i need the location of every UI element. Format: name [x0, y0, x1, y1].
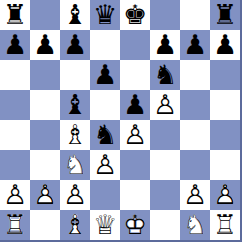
white-bishop[interactable]: ♝♗: [60, 120, 90, 150]
white-knight-outline-icon: ♘: [180, 210, 210, 240]
white-rook-icon: ♜: [0, 210, 30, 240]
white-pawn-icon: ♟: [150, 90, 180, 120]
square-g5[interactable]: [180, 90, 210, 120]
square-b7[interactable]: ♟: [30, 30, 60, 60]
black-queen-icon: ♛: [90, 0, 120, 30]
white-pawn-icon: ♟: [60, 180, 90, 210]
square-e4[interactable]: ♟♙: [120, 120, 150, 150]
white-pawn-icon: ♟: [180, 180, 210, 210]
square-c5[interactable]: ♝: [60, 90, 90, 120]
black-pawn-icon: ♟: [0, 30, 30, 60]
white-pawn-outline-icon: ♙: [90, 150, 120, 180]
white-pawn-outline-icon: ♙: [150, 90, 180, 120]
square-b3[interactable]: [30, 150, 60, 180]
square-g1[interactable]: ♞♘: [180, 210, 210, 240]
square-e2[interactable]: [120, 180, 150, 210]
square-c4[interactable]: ♝♗: [60, 120, 90, 150]
white-pawn-outline-icon: ♙: [120, 120, 150, 150]
white-rook-outline-icon: ♖: [210, 210, 240, 240]
square-h3[interactable]: [210, 150, 240, 180]
white-bishop-outline-icon: ♗: [60, 210, 90, 240]
black-pawn-icon: ♟: [150, 30, 180, 60]
square-a4[interactable]: [0, 120, 30, 150]
white-rook-icon: ♜: [210, 210, 240, 240]
square-e6[interactable]: [120, 60, 150, 90]
white-pawn[interactable]: ♟♙: [0, 180, 30, 210]
white-pawn-outline-icon: ♙: [60, 180, 90, 210]
white-rook-outline-icon: ♖: [0, 210, 30, 240]
square-b4[interactable]: [30, 120, 60, 150]
white-pawn-outline-icon: ♙: [210, 180, 240, 210]
square-a2[interactable]: ♟♙: [0, 180, 30, 210]
white-pawn-icon: ♟: [0, 180, 30, 210]
square-c2[interactable]: ♟♙: [60, 180, 90, 210]
white-knight-icon: ♞: [180, 210, 210, 240]
square-f5[interactable]: ♟♙: [150, 90, 180, 120]
square-f4[interactable]: [150, 120, 180, 150]
white-pawn[interactable]: ♟♙: [90, 150, 120, 180]
square-a5[interactable]: [0, 90, 30, 120]
white-pawn-outline-icon: ♙: [30, 180, 60, 210]
square-b2[interactable]: ♟♙: [30, 180, 60, 210]
black-knight-icon: ♞: [150, 60, 180, 90]
square-e1[interactable]: ♚♔: [120, 210, 150, 240]
black-rook[interactable]: ♜: [0, 0, 30, 30]
square-f8[interactable]: [150, 0, 180, 30]
white-pawn[interactable]: ♟♙: [150, 90, 180, 120]
black-knight-icon: ♞: [90, 120, 120, 150]
square-a8[interactable]: ♜: [0, 0, 30, 30]
square-e7[interactable]: [120, 30, 150, 60]
square-h6[interactable]: [210, 60, 240, 90]
square-d8[interactable]: ♛: [90, 0, 120, 30]
white-pawn-icon: ♟: [30, 180, 60, 210]
square-f1[interactable]: [150, 210, 180, 240]
black-bishop[interactable]: ♝: [60, 0, 90, 30]
black-bishop[interactable]: ♝: [60, 90, 90, 120]
black-pawn[interactable]: ♟: [120, 90, 150, 120]
black-pawn-icon: ♟: [60, 30, 90, 60]
square-b8[interactable]: [30, 0, 60, 30]
square-c1[interactable]: ♝♗: [60, 210, 90, 240]
square-b1[interactable]: [30, 210, 60, 240]
white-pawn-icon: ♟: [210, 180, 240, 210]
square-g3[interactable]: [180, 150, 210, 180]
square-a6[interactable]: [0, 60, 30, 90]
black-bishop-icon: ♝: [60, 0, 90, 30]
white-pawn[interactable]: ♟♙: [210, 180, 240, 210]
black-queen[interactable]: ♛: [90, 0, 120, 30]
square-g2[interactable]: ♟♙: [180, 180, 210, 210]
white-knight[interactable]: ♞♘: [60, 150, 90, 180]
square-f7[interactable]: ♟: [150, 30, 180, 60]
white-rook[interactable]: ♜♖: [210, 210, 240, 240]
square-f6[interactable]: ♞: [150, 60, 180, 90]
square-e5[interactable]: ♟: [120, 90, 150, 120]
square-a1[interactable]: ♜♖: [0, 210, 30, 240]
white-bishop-outline-icon: ♗: [60, 120, 90, 150]
white-queen-icon: ♛: [90, 210, 120, 240]
square-c3[interactable]: ♞♘: [60, 150, 90, 180]
white-knight-outline-icon: ♘: [60, 150, 90, 180]
black-king-icon: ♚: [120, 0, 150, 30]
black-rook[interactable]: ♜: [210, 0, 240, 30]
square-f2[interactable]: [150, 180, 180, 210]
white-bishop[interactable]: ♝♗: [60, 210, 90, 240]
black-knight[interactable]: ♞: [150, 60, 180, 90]
white-pawn[interactable]: ♟♙: [60, 180, 90, 210]
black-pawn-icon: ♟: [120, 90, 150, 120]
square-h2[interactable]: ♟♙: [210, 180, 240, 210]
white-pawn-outline-icon: ♙: [180, 180, 210, 210]
white-knight-icon: ♞: [60, 150, 90, 180]
black-pawn[interactable]: ♟: [30, 30, 60, 60]
square-c8[interactable]: ♝: [60, 0, 90, 30]
square-f3[interactable]: [150, 150, 180, 180]
square-c7[interactable]: ♟: [60, 30, 90, 60]
white-rook[interactable]: ♜♖: [0, 210, 30, 240]
black-pawn[interactable]: ♟: [0, 30, 30, 60]
square-d3[interactable]: ♟♙: [90, 150, 120, 180]
white-queen-outline-icon: ♕: [90, 210, 120, 240]
square-h7[interactable]: ♟: [210, 30, 240, 60]
black-pawn[interactable]: ♟: [60, 30, 90, 60]
square-d1[interactable]: ♛♕: [90, 210, 120, 240]
square-d6[interactable]: ♟: [90, 60, 120, 90]
square-d2[interactable]: [90, 180, 120, 210]
white-bishop-icon: ♝: [60, 210, 90, 240]
chess-board: ♜♝♛♚♜♟♟♟♟♟♟♟♞♝♟♟♙♝♗♞♟♙♞♘♟♙♟♙♟♙♟♙♟♙♟♙♜♖♝♗…: [0, 0, 242, 242]
square-h1[interactable]: ♜♖: [210, 210, 240, 240]
black-bishop-icon: ♝: [60, 90, 90, 120]
square-c6[interactable]: [60, 60, 90, 90]
square-h5[interactable]: [210, 90, 240, 120]
square-h8[interactable]: ♜: [210, 0, 240, 30]
white-pawn[interactable]: ♟♙: [120, 120, 150, 150]
black-king[interactable]: ♚: [120, 0, 150, 30]
black-rook-icon: ♜: [0, 0, 30, 30]
white-king-icon: ♚: [120, 210, 150, 240]
square-g4[interactable]: [180, 120, 210, 150]
white-pawn-outline-icon: ♙: [0, 180, 30, 210]
square-g7[interactable]: ♟: [180, 30, 210, 60]
black-rook-icon: ♜: [210, 0, 240, 30]
black-knight[interactable]: ♞: [90, 120, 120, 150]
black-pawn[interactable]: ♟: [210, 30, 240, 60]
white-queen[interactable]: ♛♕: [90, 210, 120, 240]
square-d7[interactable]: [90, 30, 120, 60]
white-king-outline-icon: ♔: [120, 210, 150, 240]
black-pawn[interactable]: ♟: [180, 30, 210, 60]
black-pawn[interactable]: ♟: [90, 60, 120, 90]
white-bishop-icon: ♝: [60, 120, 90, 150]
black-pawn-icon: ♟: [210, 30, 240, 60]
square-g8[interactable]: [180, 0, 210, 30]
square-d4[interactable]: ♞: [90, 120, 120, 150]
white-knight[interactable]: ♞♘: [180, 210, 210, 240]
square-b5[interactable]: [30, 90, 60, 120]
square-e3[interactable]: [120, 150, 150, 180]
white-pawn-icon: ♟: [90, 150, 120, 180]
white-pawn-icon: ♟: [120, 120, 150, 150]
square-d5[interactable]: [90, 90, 120, 120]
square-h4[interactable]: [210, 120, 240, 150]
square-b6[interactable]: [30, 60, 60, 90]
square-a7[interactable]: ♟: [0, 30, 30, 60]
square-e8[interactable]: ♚: [120, 0, 150, 30]
black-pawn[interactable]: ♟: [150, 30, 180, 60]
black-pawn-icon: ♟: [180, 30, 210, 60]
white-pawn[interactable]: ♟♙: [180, 180, 210, 210]
square-g6[interactable]: [180, 60, 210, 90]
square-a3[interactable]: [0, 150, 30, 180]
white-pawn[interactable]: ♟♙: [30, 180, 60, 210]
black-pawn-icon: ♟: [90, 60, 120, 90]
white-king[interactable]: ♚♔: [120, 210, 150, 240]
black-pawn-icon: ♟: [30, 30, 60, 60]
